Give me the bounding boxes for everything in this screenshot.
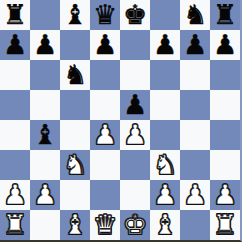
square-c6[interactable]: ♞: [60, 60, 90, 90]
piece-black-pawn[interactable]: ♟: [153, 31, 177, 58]
square-e4[interactable]: ♟: [120, 120, 150, 150]
piece-white-bishop[interactable]: ♝: [153, 211, 177, 238]
square-d8[interactable]: ♛: [90, 0, 120, 30]
square-d1[interactable]: ♛: [90, 210, 120, 240]
piece-white-pawn[interactable]: ♟: [93, 121, 117, 148]
piece-white-pawn[interactable]: ♟: [123, 121, 147, 148]
square-a2[interactable]: ♟: [0, 180, 30, 210]
square-f8[interactable]: [150, 0, 180, 30]
square-d2[interactable]: [90, 180, 120, 210]
square-g6[interactable]: [180, 60, 210, 90]
square-a8[interactable]: ♜: [0, 0, 30, 30]
piece-white-rook[interactable]: ♜: [213, 211, 237, 238]
piece-white-pawn[interactable]: ♟: [153, 181, 177, 208]
square-b6[interactable]: [30, 60, 60, 90]
square-g7[interactable]: ♟: [180, 30, 210, 60]
piece-black-pawn[interactable]: ♟: [183, 31, 207, 58]
piece-white-knight[interactable]: ♞: [153, 151, 177, 178]
square-a1[interactable]: ♜: [0, 210, 30, 240]
square-f2[interactable]: ♟: [150, 180, 180, 210]
square-e5[interactable]: ♟: [120, 90, 150, 120]
square-d7[interactable]: ♟: [90, 30, 120, 60]
square-g5[interactable]: [180, 90, 210, 120]
square-c3[interactable]: ♞: [60, 150, 90, 180]
square-b3[interactable]: [30, 150, 60, 180]
square-b1[interactable]: [30, 210, 60, 240]
piece-black-pawn[interactable]: ♟: [123, 91, 147, 118]
piece-white-knight[interactable]: ♞: [63, 151, 87, 178]
square-a6[interactable]: [0, 60, 30, 90]
square-f3[interactable]: ♞: [150, 150, 180, 180]
chess-board: ♜♝♛♚♞♜♟♟♟♟♟♟♞♟♝♟♟♞♞♟♟♟♟♟♜♝♛♚♝♜: [0, 0, 242, 242]
piece-white-bishop[interactable]: ♝: [63, 211, 87, 238]
square-g3[interactable]: [180, 150, 210, 180]
square-a5[interactable]: [0, 90, 30, 120]
piece-white-queen[interactable]: ♛: [93, 211, 117, 238]
square-c5[interactable]: [60, 90, 90, 120]
square-g8[interactable]: ♞: [180, 0, 210, 30]
piece-black-pawn[interactable]: ♟: [213, 31, 237, 58]
square-e7[interactable]: [120, 30, 150, 60]
square-h7[interactable]: ♟: [210, 30, 240, 60]
square-h6[interactable]: [210, 60, 240, 90]
square-f1[interactable]: ♝: [150, 210, 180, 240]
square-g1[interactable]: [180, 210, 210, 240]
square-g4[interactable]: [180, 120, 210, 150]
square-g2[interactable]: ♟: [180, 180, 210, 210]
square-b8[interactable]: [30, 0, 60, 30]
square-c7[interactable]: [60, 30, 90, 60]
square-c8[interactable]: ♝: [60, 0, 90, 30]
square-c1[interactable]: ♝: [60, 210, 90, 240]
square-h5[interactable]: [210, 90, 240, 120]
piece-white-king[interactable]: ♚: [123, 211, 147, 238]
piece-black-knight[interactable]: ♞: [63, 61, 87, 88]
piece-black-king[interactable]: ♚: [123, 1, 147, 28]
piece-white-pawn[interactable]: ♟: [183, 181, 207, 208]
square-a7[interactable]: ♟: [0, 30, 30, 60]
square-d3[interactable]: [90, 150, 120, 180]
piece-black-bishop[interactable]: ♝: [63, 1, 87, 28]
square-h2[interactable]: ♟: [210, 180, 240, 210]
square-f5[interactable]: [150, 90, 180, 120]
piece-black-queen[interactable]: ♛: [93, 1, 117, 28]
piece-white-pawn[interactable]: ♟: [3, 181, 27, 208]
piece-black-pawn[interactable]: ♟: [33, 31, 57, 58]
piece-black-bishop[interactable]: ♝: [33, 121, 57, 148]
square-e3[interactable]: [120, 150, 150, 180]
square-d5[interactable]: [90, 90, 120, 120]
square-b5[interactable]: [30, 90, 60, 120]
square-e2[interactable]: [120, 180, 150, 210]
piece-black-pawn[interactable]: ♟: [3, 31, 27, 58]
piece-black-knight[interactable]: ♞: [183, 1, 207, 28]
square-h1[interactable]: ♜: [210, 210, 240, 240]
piece-white-rook[interactable]: ♜: [3, 211, 27, 238]
square-e8[interactable]: ♚: [120, 0, 150, 30]
square-f6[interactable]: [150, 60, 180, 90]
square-h8[interactable]: ♜: [210, 0, 240, 30]
square-f4[interactable]: [150, 120, 180, 150]
piece-black-rook[interactable]: ♜: [213, 1, 237, 28]
square-b2[interactable]: ♟: [30, 180, 60, 210]
square-e6[interactable]: [120, 60, 150, 90]
piece-black-rook[interactable]: ♜: [3, 1, 27, 28]
square-d4[interactable]: ♟: [90, 120, 120, 150]
square-b7[interactable]: ♟: [30, 30, 60, 60]
piece-white-pawn[interactable]: ♟: [33, 181, 57, 208]
square-b4[interactable]: ♝: [30, 120, 60, 150]
chess-app-window: ♜♝♛♚♞♜♟♟♟♟♟♟♞♟♝♟♟♞♞♟♟♟♟♟♜♝♛♚♝♜: [0, 0, 242, 242]
square-d6[interactable]: [90, 60, 120, 90]
square-c2[interactable]: [60, 180, 90, 210]
square-f7[interactable]: ♟: [150, 30, 180, 60]
piece-black-pawn[interactable]: ♟: [93, 31, 117, 58]
square-e1[interactable]: ♚: [120, 210, 150, 240]
square-a3[interactable]: [0, 150, 30, 180]
square-h4[interactable]: [210, 120, 240, 150]
piece-white-pawn[interactable]: ♟: [213, 181, 237, 208]
square-h3[interactable]: [210, 150, 240, 180]
square-c4[interactable]: [60, 120, 90, 150]
square-a4[interactable]: [0, 120, 30, 150]
